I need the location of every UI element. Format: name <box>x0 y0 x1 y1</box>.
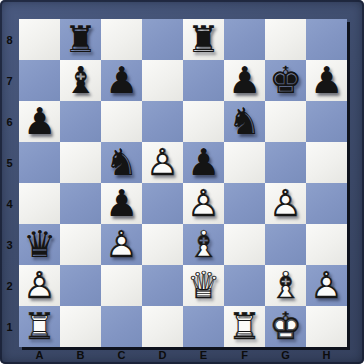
piece-glyph-fill: ♟ <box>224 60 265 101</box>
piece-glyph-outline: ♙ <box>183 183 224 224</box>
piece-glyph-outline: ♗ <box>265 265 306 306</box>
rank-label-8: 8 <box>0 19 19 60</box>
square-d4[interactable] <box>142 183 183 224</box>
piece-glyph-outline: ♖ <box>224 306 265 347</box>
piece-glyph-fill: ♜ <box>19 306 60 347</box>
square-b5[interactable] <box>60 142 101 183</box>
piece-glyph-outline: ♕ <box>183 265 224 306</box>
piece-glyph-fill: ♚ <box>265 60 306 101</box>
black-pawn[interactable]: ♟ <box>101 183 142 224</box>
piece-glyph-fill: ♟ <box>101 183 142 224</box>
piece-glyph-outline: ♙ <box>19 265 60 306</box>
white-pawn[interactable]: ♟♙ <box>306 265 347 306</box>
square-g4[interactable]: ♟♙ <box>265 183 306 224</box>
piece-glyph-fill: ♟ <box>265 183 306 224</box>
piece-glyph-fill: ♟ <box>142 142 183 183</box>
piece-glyph-fill: ♛ <box>19 224 60 265</box>
file-label-c: C <box>101 347 142 363</box>
square-g5[interactable] <box>265 142 306 183</box>
black-pawn[interactable]: ♟ <box>101 60 142 101</box>
square-d6[interactable] <box>142 101 183 142</box>
square-d3[interactable] <box>142 224 183 265</box>
square-h4[interactable] <box>306 183 347 224</box>
black-rook[interactable]: ♜ <box>183 19 224 60</box>
square-a7[interactable] <box>19 60 60 101</box>
piece-glyph-fill: ♞ <box>101 142 142 183</box>
square-a4[interactable] <box>19 183 60 224</box>
square-g2[interactable]: ♝♗ <box>265 265 306 306</box>
square-a6[interactable]: ♟ <box>19 101 60 142</box>
square-e8[interactable]: ♜ <box>183 19 224 60</box>
piece-glyph-fill: ♚ <box>265 306 306 347</box>
white-bishop[interactable]: ♝♗ <box>183 224 224 265</box>
square-b4[interactable] <box>60 183 101 224</box>
square-e7[interactable] <box>183 60 224 101</box>
square-b7[interactable]: ♝ <box>60 60 101 101</box>
piece-glyph-fill: ♝ <box>265 265 306 306</box>
square-c2[interactable] <box>101 265 142 306</box>
white-rook[interactable]: ♜♖ <box>224 306 265 347</box>
black-knight[interactable]: ♞ <box>224 101 265 142</box>
square-c8[interactable] <box>101 19 142 60</box>
file-labels: A B C D E F G H <box>19 347 347 363</box>
piece-glyph-outline: ♔ <box>265 306 306 347</box>
square-a3[interactable]: ♛ <box>19 224 60 265</box>
file-label-b: B <box>60 347 101 363</box>
square-f3[interactable] <box>224 224 265 265</box>
file-label-d: D <box>142 347 183 363</box>
white-pawn[interactable]: ♟♙ <box>183 183 224 224</box>
square-h2[interactable]: ♟♙ <box>306 265 347 306</box>
square-h3[interactable] <box>306 224 347 265</box>
piece-glyph-outline: ♙ <box>265 183 306 224</box>
piece-glyph-outline: ♙ <box>142 142 183 183</box>
white-bishop[interactable]: ♝♗ <box>265 265 306 306</box>
square-f6[interactable]: ♞ <box>224 101 265 142</box>
file-label-e: E <box>183 347 224 363</box>
piece-glyph-fill: ♜ <box>224 306 265 347</box>
square-a2[interactable]: ♟♙ <box>19 265 60 306</box>
piece-glyph-fill: ♝ <box>60 60 101 101</box>
piece-glyph-fill: ♜ <box>60 19 101 60</box>
square-h8[interactable] <box>306 19 347 60</box>
piece-glyph-fill: ♝ <box>183 224 224 265</box>
square-e4[interactable]: ♟♙ <box>183 183 224 224</box>
piece-glyph-fill: ♟ <box>183 142 224 183</box>
black-pawn[interactable]: ♟ <box>306 60 347 101</box>
rank-label-7: 7 <box>0 60 19 101</box>
square-g6[interactable] <box>265 101 306 142</box>
square-b8[interactable]: ♜ <box>60 19 101 60</box>
square-f8[interactable] <box>224 19 265 60</box>
square-f4[interactable] <box>224 183 265 224</box>
piece-glyph-fill: ♟ <box>19 101 60 142</box>
piece-glyph-outline: ♗ <box>183 224 224 265</box>
square-c3[interactable]: ♟♙ <box>101 224 142 265</box>
square-f1[interactable]: ♜♖ <box>224 306 265 347</box>
file-label-a: A <box>19 347 60 363</box>
square-g3[interactable] <box>265 224 306 265</box>
square-e2[interactable]: ♛♕ <box>183 265 224 306</box>
rank-label-6: 6 <box>0 101 19 142</box>
rank-label-3: 3 <box>0 224 19 265</box>
square-h6[interactable] <box>306 101 347 142</box>
square-h5[interactable] <box>306 142 347 183</box>
rank-label-5: 5 <box>0 142 19 183</box>
square-d1[interactable] <box>142 306 183 347</box>
piece-glyph-fill: ♞ <box>224 101 265 142</box>
file-label-g: G <box>265 347 306 363</box>
square-c1[interactable] <box>101 306 142 347</box>
white-king[interactable]: ♚♔ <box>265 306 306 347</box>
piece-glyph-fill: ♜ <box>183 19 224 60</box>
rank-labels: 8 7 6 5 4 3 2 1 <box>0 19 19 347</box>
square-f2[interactable] <box>224 265 265 306</box>
piece-glyph-fill: ♟ <box>306 265 347 306</box>
square-d7[interactable] <box>142 60 183 101</box>
square-f7[interactable]: ♟ <box>224 60 265 101</box>
square-c6[interactable] <box>101 101 142 142</box>
piece-glyph-outline: ♖ <box>19 306 60 347</box>
black-king[interactable]: ♚ <box>265 60 306 101</box>
black-queen[interactable]: ♛ <box>19 224 60 265</box>
square-c4[interactable]: ♟ <box>101 183 142 224</box>
white-pawn[interactable]: ♟♙ <box>142 142 183 183</box>
white-queen[interactable]: ♛♕ <box>183 265 224 306</box>
square-a1[interactable]: ♜♖ <box>19 306 60 347</box>
square-g7[interactable]: ♚ <box>265 60 306 101</box>
piece-glyph-fill: ♟ <box>19 265 60 306</box>
piece-glyph-fill: ♟ <box>306 60 347 101</box>
square-e1[interactable] <box>183 306 224 347</box>
file-label-h: H <box>306 347 347 363</box>
white-pawn[interactable]: ♟♙ <box>265 183 306 224</box>
rank-label-4: 4 <box>0 183 19 224</box>
black-pawn[interactable]: ♟ <box>224 60 265 101</box>
square-e5[interactable]: ♟ <box>183 142 224 183</box>
square-g1[interactable]: ♚♔ <box>265 306 306 347</box>
square-a5[interactable] <box>19 142 60 183</box>
square-c5[interactable]: ♞ <box>101 142 142 183</box>
square-d2[interactable] <box>142 265 183 306</box>
black-pawn[interactable]: ♟ <box>183 142 224 183</box>
black-knight[interactable]: ♞ <box>101 142 142 183</box>
white-rook[interactable]: ♜♖ <box>19 306 60 347</box>
chess-board-frame: 8 7 6 5 4 3 2 1 ♜♜♝♟♟♚♟♟♞♞♟♙♟♟♟♙♟♙♛♟♙♝♗♟… <box>0 0 364 364</box>
piece-glyph-fill: ♟ <box>183 183 224 224</box>
piece-glyph-outline: ♙ <box>306 265 347 306</box>
square-d5[interactable]: ♟♙ <box>142 142 183 183</box>
square-b3[interactable] <box>60 224 101 265</box>
white-pawn[interactable]: ♟♙ <box>19 265 60 306</box>
square-d8[interactable] <box>142 19 183 60</box>
piece-glyph-fill: ♛ <box>183 265 224 306</box>
square-a8[interactable] <box>19 19 60 60</box>
square-h1[interactable] <box>306 306 347 347</box>
square-f5[interactable] <box>224 142 265 183</box>
piece-glyph-fill: ♟ <box>101 224 142 265</box>
square-c7[interactable]: ♟ <box>101 60 142 101</box>
square-e3[interactable]: ♝♗ <box>183 224 224 265</box>
piece-glyph-fill: ♟ <box>101 60 142 101</box>
square-e6[interactable] <box>183 101 224 142</box>
black-rook[interactable]: ♜ <box>60 19 101 60</box>
rank-label-1: 1 <box>0 306 19 347</box>
black-bishop[interactable]: ♝ <box>60 60 101 101</box>
square-g8[interactable] <box>265 19 306 60</box>
black-pawn[interactable]: ♟ <box>19 101 60 142</box>
piece-glyph-outline: ♙ <box>101 224 142 265</box>
file-label-f: F <box>224 347 265 363</box>
square-b6[interactable] <box>60 101 101 142</box>
white-pawn[interactable]: ♟♙ <box>101 224 142 265</box>
chess-board: ♜♜♝♟♟♚♟♟♞♞♟♙♟♟♟♙♟♙♛♟♙♝♗♟♙♛♕♝♗♟♙♜♖♜♖♚♔ <box>19 19 347 347</box>
rank-label-2: 2 <box>0 265 19 306</box>
square-h7[interactable]: ♟ <box>306 60 347 101</box>
square-b2[interactable] <box>60 265 101 306</box>
square-b1[interactable] <box>60 306 101 347</box>
